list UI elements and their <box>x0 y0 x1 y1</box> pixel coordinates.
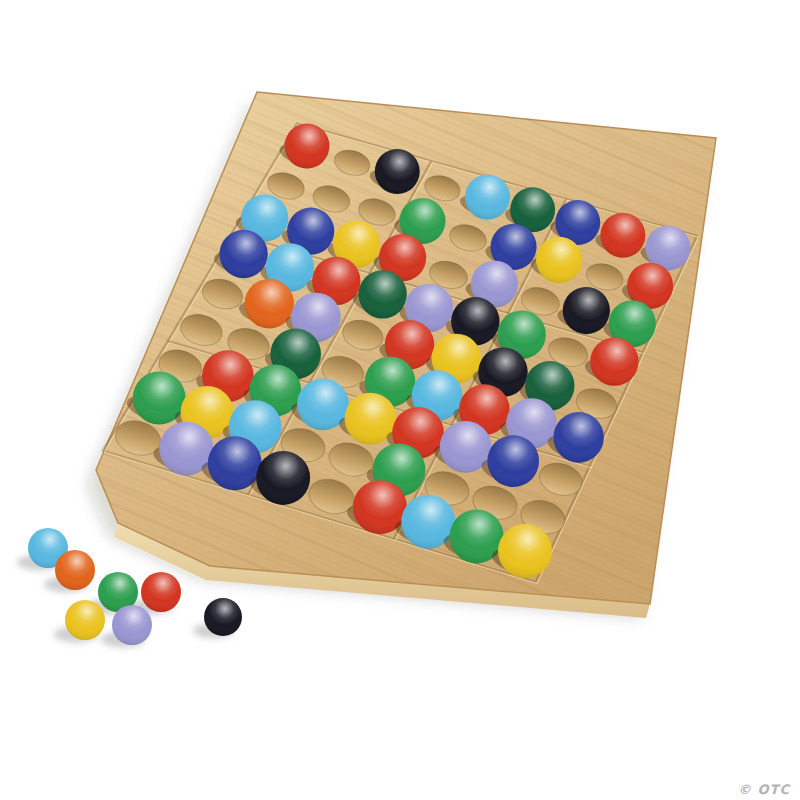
loose-ball-4-gloss <box>141 572 181 612</box>
ball-r1c5-gloss <box>465 175 510 220</box>
product-photo-scene: © OTC <box>0 0 800 800</box>
loose-ball-5-gloss <box>65 600 105 640</box>
colorku-board-svg <box>0 0 800 800</box>
ball-r9c4-gloss <box>256 451 310 505</box>
watermark: © OTC <box>738 782 790 797</box>
ball-r1c1-gloss <box>285 124 330 169</box>
ball-r7c8-gloss <box>487 435 539 487</box>
ball-r9c9-gloss <box>498 524 552 578</box>
ball-r3c8-gloss <box>563 287 610 334</box>
ball-r1c8-gloss <box>600 213 645 258</box>
loose-ball-6-gloss <box>112 605 152 645</box>
loose-ball-2-gloss <box>55 550 95 590</box>
loose-ball-7-gloss <box>204 598 242 636</box>
ball-r4c9-gloss <box>590 337 638 385</box>
ball-r1c3-gloss <box>375 149 420 194</box>
ball-r2c7-gloss <box>536 237 582 283</box>
ball-r6c9-gloss <box>553 412 604 463</box>
